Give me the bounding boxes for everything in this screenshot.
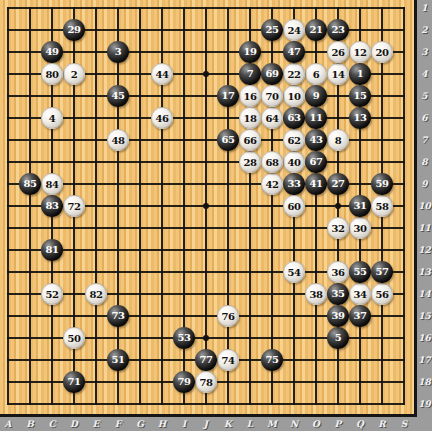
stone-black-K5: 17 [217,85,239,107]
column-label-M: M [264,417,280,431]
stone-black-F15: 73 [107,305,129,327]
stone-white-C4: 80 [41,63,63,85]
column-label-P: P [330,417,346,431]
stone-black-D18: 71 [63,371,85,393]
column-label-O: O [308,417,324,431]
stone-white-L5: 16 [239,85,261,107]
stone-white-M6: 64 [261,107,283,129]
row-label-1: 1 [417,1,432,15]
stone-white-N7: 62 [283,129,305,151]
stone-black-L3: 19 [239,41,261,63]
row-label-8: 8 [417,155,432,169]
stone-white-C9: 84 [41,173,63,195]
stone-white-P7: 8 [327,129,349,151]
stone-black-Q5: 15 [349,85,371,107]
stone-black-I18: 79 [173,371,195,393]
column-label-S: S [396,417,412,431]
stone-white-P13: 36 [327,261,349,283]
row-label-15: 15 [417,309,432,323]
stone-black-O9: 41 [305,173,327,195]
column-coordinate-strip: ABCDEFGHIJKLMNOPQRS [0,417,417,431]
row-label-5: 5 [417,89,432,103]
stone-white-K15: 76 [217,305,239,327]
row-label-4: 4 [417,67,432,81]
row-coordinate-strip: 12345678910111213141516171819 [417,0,432,431]
row-label-10: 10 [417,199,432,213]
stone-white-O14: 38 [305,283,327,305]
column-label-G: G [132,417,148,431]
row-label-19: 19 [417,397,432,411]
stone-black-D2: 29 [63,19,85,41]
stone-white-L6: 18 [239,107,261,129]
row-label-16: 16 [417,331,432,345]
stone-black-Q4: 1 [349,63,371,85]
stone-white-P3: 26 [327,41,349,63]
stone-white-R14: 56 [371,283,393,305]
stone-black-F17: 51 [107,349,129,371]
stone-black-C3: 49 [41,41,63,63]
row-label-2: 2 [417,23,432,37]
stone-white-Q3: 12 [349,41,371,63]
stone-white-C14: 52 [41,283,63,305]
stone-white-M5: 70 [261,85,283,107]
stone-white-M8: 68 [261,151,283,173]
stone-black-O8: 67 [305,151,327,173]
stone-white-H4: 44 [151,63,173,85]
stone-black-Q15: 37 [349,305,371,327]
stone-black-O2: 21 [305,19,327,41]
stone-white-N5: 10 [283,85,305,107]
stone-black-J17: 77 [195,349,217,371]
column-label-K: K [220,417,236,431]
stone-black-Q13: 55 [349,261,371,283]
stone-black-R13: 57 [371,261,393,283]
stone-white-M9: 42 [261,173,283,195]
stone-white-K17: 74 [217,349,239,371]
stone-black-C12: 81 [41,239,63,261]
row-label-14: 14 [417,287,432,301]
stone-black-O5: 9 [305,85,327,107]
stone-white-R3: 20 [371,41,393,63]
stone-black-P16: 5 [327,327,349,349]
stone-black-O7: 43 [305,129,327,151]
row-label-12: 12 [417,243,432,257]
stone-white-L7: 66 [239,129,261,151]
column-label-R: R [374,417,390,431]
row-label-18: 18 [417,375,432,389]
stone-black-R9: 59 [371,173,393,195]
stone-black-P2: 23 [327,19,349,41]
stone-black-N6: 63 [283,107,305,129]
stone-white-O4: 6 [305,63,327,85]
stone-black-B9: 85 [19,173,41,195]
stone-white-N4: 22 [283,63,305,85]
row-label-6: 6 [417,111,432,125]
column-label-I: I [176,417,192,431]
stone-black-F3: 3 [107,41,129,63]
column-label-B: B [22,417,38,431]
stone-white-H6: 46 [151,107,173,129]
stone-black-P14: 35 [327,283,349,305]
stone-white-J18: 78 [195,371,217,393]
row-label-17: 17 [417,353,432,367]
column-label-A: A [0,417,16,431]
row-label-7: 7 [417,133,432,147]
column-label-F: F [110,417,126,431]
stone-black-Q10: 31 [349,195,371,217]
stone-white-N8: 40 [283,151,305,173]
stone-black-I16: 53 [173,327,195,349]
stone-white-Q11: 30 [349,217,371,239]
stone-black-M4: 69 [261,63,283,85]
stone-white-E14: 82 [85,283,107,305]
stone-white-N13: 54 [283,261,305,283]
stone-black-K7: 65 [217,129,239,151]
stone-black-C10: 83 [41,195,63,217]
stones-layer: 1234567891011121314151617181920212223242… [0,0,415,415]
stone-white-P4: 14 [327,63,349,85]
stone-black-Q6: 13 [349,107,371,129]
row-label-11: 11 [417,221,432,235]
column-label-H: H [154,417,170,431]
row-label-9: 9 [417,177,432,191]
stone-white-P11: 32 [327,217,349,239]
column-label-J: J [198,417,214,431]
column-label-E: E [88,417,104,431]
stone-white-L8: 28 [239,151,261,173]
stone-white-R10: 58 [371,195,393,217]
stone-black-P15: 39 [327,305,349,327]
stone-white-D4: 2 [63,63,85,85]
column-label-C: C [44,417,60,431]
row-label-13: 13 [417,265,432,279]
column-label-D: D [66,417,82,431]
stone-white-C6: 4 [41,107,63,129]
go-board: 1234567891011121314151617181920212223242… [0,0,417,417]
column-label-L: L [242,417,258,431]
stone-black-M17: 75 [261,349,283,371]
stone-white-Q14: 34 [349,283,371,305]
row-label-3: 3 [417,45,432,59]
stone-white-N2: 24 [283,19,305,41]
stone-black-M2: 25 [261,19,283,41]
stone-white-D10: 72 [63,195,85,217]
stone-black-F5: 45 [107,85,129,107]
stone-black-P9: 27 [327,173,349,195]
stone-white-D16: 50 [63,327,85,349]
column-label-N: N [286,417,302,431]
column-label-Q: Q [352,417,368,431]
stone-black-N9: 33 [283,173,305,195]
stone-black-N3: 47 [283,41,305,63]
go-board-diagram: 1234567891011121314151617181920212223242… [0,0,432,431]
stone-black-O6: 11 [305,107,327,129]
stone-white-F7: 48 [107,129,129,151]
stone-white-N10: 60 [283,195,305,217]
stone-black-L4: 7 [239,63,261,85]
